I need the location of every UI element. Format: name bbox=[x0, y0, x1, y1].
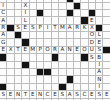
cell-r12-c5[interactable] bbox=[37, 84, 43, 90]
cell-r13-c1[interactable]: E bbox=[7, 91, 13, 97]
cell-r11-c14[interactable] bbox=[103, 76, 109, 82]
cell-r6-c0[interactable]: G bbox=[0, 39, 6, 45]
cell-r13-c4[interactable]: E bbox=[30, 91, 36, 97]
cell-r4-c3[interactable]: E bbox=[22, 25, 28, 31]
cell-r5-c0[interactable]: A bbox=[0, 32, 6, 38]
cell-r14-c6[interactable] bbox=[44, 99, 50, 100]
cell-r5-c10[interactable] bbox=[74, 32, 80, 38]
cell-r5-c6[interactable] bbox=[44, 32, 50, 38]
cell-r14-c3[interactable] bbox=[22, 99, 28, 100]
cell-r3-c9[interactable] bbox=[67, 17, 73, 23]
cell-r13-c2[interactable]: N bbox=[15, 91, 21, 97]
cell-r6-c1[interactable] bbox=[7, 39, 13, 45]
cell-r8-c13[interactable]: B bbox=[96, 54, 102, 60]
cell-r12-c11[interactable] bbox=[81, 84, 87, 90]
cell-r4-c6[interactable]: I bbox=[44, 25, 50, 31]
cell-r14-c0[interactable] bbox=[0, 99, 6, 100]
cell-r6-c5[interactable] bbox=[37, 39, 43, 45]
black-cell-r8-c7 bbox=[52, 54, 58, 60]
cell-r14-c4[interactable] bbox=[30, 99, 36, 100]
black-cell-r6-c3 bbox=[22, 39, 28, 45]
cell-r8-c2[interactable] bbox=[15, 54, 21, 60]
cell-r5-c7[interactable] bbox=[52, 32, 58, 38]
cell-r8-c10[interactable] bbox=[74, 54, 80, 60]
cell-r13-c0[interactable]: S bbox=[0, 91, 6, 97]
cell-r1-c7[interactable] bbox=[52, 3, 58, 9]
crossword-grid: VEIXCIALERSESPITMARKXAOLGDEEXTEMPORANEOU… bbox=[0, 0, 110, 100]
cell-r4-c7[interactable]: T bbox=[52, 25, 58, 31]
cell-r9-c2[interactable] bbox=[15, 62, 21, 68]
cell-r7-c0[interactable]: E bbox=[0, 47, 6, 53]
cell-r1-c12[interactable] bbox=[89, 3, 95, 9]
cell-r14-c11[interactable] bbox=[81, 99, 87, 100]
black-cell-r1-c10 bbox=[74, 3, 80, 9]
cell-r3-c6[interactable] bbox=[44, 17, 50, 23]
cell-r12-c3[interactable] bbox=[22, 84, 28, 90]
cell-r13-c5[interactable]: N bbox=[37, 91, 43, 97]
cell-r9-c5[interactable] bbox=[37, 62, 43, 68]
cell-r1-c2[interactable] bbox=[15, 3, 21, 9]
cell-r8-c8[interactable] bbox=[59, 54, 65, 60]
cell-r13-c14[interactable]: E bbox=[103, 91, 109, 97]
cell-r5-c13[interactable]: L bbox=[96, 32, 102, 38]
cell-r7-c1[interactable]: X bbox=[7, 47, 13, 53]
cell-r10-c4[interactable] bbox=[30, 69, 36, 75]
cell-r0-c7[interactable] bbox=[52, 0, 58, 2]
cell-r2-c11[interactable] bbox=[81, 10, 87, 16]
cell-r9-c4[interactable] bbox=[30, 62, 36, 68]
black-cell-r2-c9 bbox=[67, 10, 73, 16]
cell-r6-c7[interactable] bbox=[52, 39, 58, 45]
cell-r11-c8[interactable] bbox=[59, 76, 65, 82]
cell-r10-c9[interactable] bbox=[67, 69, 73, 75]
black-cell-r7-c14 bbox=[103, 47, 109, 53]
cell-r6-c8[interactable] bbox=[59, 39, 65, 45]
cell-r1-c0[interactable]: I bbox=[0, 3, 6, 9]
cell-r4-c8[interactable]: M bbox=[59, 25, 65, 31]
cell-r3-c3[interactable]: L bbox=[22, 17, 28, 23]
cell-r10-c1[interactable] bbox=[7, 69, 13, 75]
cell-r1-c3[interactable]: X bbox=[22, 3, 28, 9]
cell-r6-c6[interactable] bbox=[44, 39, 50, 45]
cell-r2-c10[interactable] bbox=[74, 10, 80, 16]
cell-r0-c8[interactable] bbox=[59, 0, 65, 2]
cell-r7-c8[interactable]: A bbox=[59, 47, 65, 53]
cell-r2-c3[interactable]: I bbox=[22, 10, 28, 16]
cell-r3-c12[interactable]: E bbox=[89, 17, 95, 23]
cell-r3-c14[interactable] bbox=[103, 17, 109, 23]
cell-r6-c12[interactable]: D bbox=[89, 39, 95, 45]
cell-r13-c10[interactable]: S bbox=[74, 91, 80, 97]
cell-r5-c11[interactable] bbox=[81, 32, 87, 38]
crossword-puzzle: VEIXCIALERSESPITMARKXAOLGDEEXTEMPORANEOU… bbox=[0, 0, 110, 100]
cell-r9-c6[interactable] bbox=[44, 62, 50, 68]
black-cell-r4-c1 bbox=[7, 25, 13, 31]
black-cell-r11-c9 bbox=[67, 76, 73, 82]
cell-r12-c9[interactable] bbox=[67, 84, 73, 90]
cell-r10-c13[interactable]: A bbox=[96, 69, 102, 75]
cell-r3-c0[interactable]: A bbox=[0, 17, 6, 23]
cell-r3-c13[interactable] bbox=[96, 17, 102, 23]
cell-r9-c10[interactable] bbox=[74, 62, 80, 68]
cell-r13-c13[interactable]: S bbox=[96, 91, 102, 97]
cell-r7-c13[interactable]: S bbox=[96, 47, 102, 53]
cell-r14-c1[interactable] bbox=[7, 99, 13, 100]
cell-r0-c10[interactable] bbox=[74, 0, 80, 2]
black-cell-r10-c6 bbox=[44, 69, 50, 75]
cell-r2-c6[interactable] bbox=[44, 10, 50, 16]
cell-r11-c0[interactable] bbox=[0, 76, 6, 82]
cell-r10-c3[interactable] bbox=[22, 69, 28, 75]
cell-r11-c12[interactable] bbox=[89, 76, 95, 82]
cell-r5-c14[interactable] bbox=[103, 32, 109, 38]
cell-r7-c5[interactable]: P bbox=[37, 47, 43, 53]
cell-r12-c13[interactable]: I bbox=[96, 84, 102, 90]
cell-r3-c2[interactable] bbox=[15, 17, 21, 23]
cell-r13-c3[interactable]: T bbox=[22, 91, 28, 97]
cell-r12-c6[interactable] bbox=[44, 84, 50, 90]
cell-r14-c2[interactable] bbox=[15, 99, 21, 100]
cell-r7-c2[interactable]: T bbox=[15, 47, 21, 53]
cell-r5-c5[interactable] bbox=[37, 32, 43, 38]
black-cell-r5-c2 bbox=[15, 32, 21, 38]
cell-r5-c1[interactable] bbox=[7, 32, 13, 38]
cell-r13-c12[interactable]: E bbox=[89, 91, 95, 97]
cell-r4-c2[interactable]: S bbox=[15, 25, 21, 31]
cell-r1-c4[interactable] bbox=[30, 3, 36, 9]
cell-r4-c12[interactable]: X bbox=[89, 25, 95, 31]
cell-r0-c11[interactable] bbox=[81, 0, 87, 2]
cell-r10-c12[interactable] bbox=[89, 69, 95, 75]
cell-r3-c5[interactable] bbox=[37, 17, 43, 23]
cell-r2-c4[interactable] bbox=[30, 10, 36, 16]
black-cell-r0-c9 bbox=[67, 0, 73, 2]
cell-r9-c13[interactable]: I bbox=[96, 62, 102, 68]
cell-r14-c14[interactable] bbox=[103, 99, 109, 100]
cell-r10-c0[interactable] bbox=[0, 69, 6, 75]
cell-r8-c3[interactable] bbox=[22, 54, 28, 60]
cell-r1-c14[interactable] bbox=[103, 3, 109, 9]
cell-r11-c3[interactable] bbox=[22, 76, 28, 82]
cell-r11-c2[interactable] bbox=[15, 76, 21, 82]
cell-r1-c11[interactable] bbox=[81, 3, 87, 9]
cell-r5-c3[interactable] bbox=[22, 32, 28, 38]
cell-r8-c5[interactable] bbox=[37, 54, 43, 60]
black-cell-r8-c11 bbox=[81, 54, 87, 60]
cell-r11-c6[interactable] bbox=[44, 76, 50, 82]
black-cell-r12-c0 bbox=[0, 84, 6, 90]
cell-r10-c11[interactable] bbox=[81, 69, 87, 75]
cell-r1-c6[interactable] bbox=[44, 3, 50, 9]
cell-r11-c10[interactable] bbox=[74, 76, 80, 82]
cell-r2-c13[interactable] bbox=[96, 10, 102, 16]
cell-r6-c14[interactable] bbox=[103, 39, 109, 45]
black-cell-r2-c12 bbox=[89, 10, 95, 16]
cell-r6-c13[interactable]: E bbox=[96, 39, 102, 45]
cell-r1-c9[interactable] bbox=[67, 3, 73, 9]
cell-r7-c4[interactable]: M bbox=[30, 47, 36, 53]
cell-r11-c4[interactable] bbox=[30, 76, 36, 82]
cell-r0-c4[interactable] bbox=[30, 0, 36, 2]
cell-r12-c1[interactable] bbox=[7, 84, 13, 90]
black-cell-r10-c5 bbox=[37, 69, 43, 75]
cell-r10-c8[interactable] bbox=[59, 69, 65, 75]
cell-r7-c10[interactable]: E bbox=[74, 47, 80, 53]
cell-r11-c11[interactable] bbox=[81, 76, 87, 82]
cell-r4-c5[interactable]: P bbox=[37, 25, 43, 31]
cell-r5-c12[interactable]: O bbox=[89, 32, 95, 38]
cell-r0-c2[interactable] bbox=[15, 0, 21, 2]
cell-r1-c8[interactable] bbox=[59, 3, 65, 9]
cell-r8-c14[interactable] bbox=[103, 54, 109, 60]
cell-r13-c6[interactable]: C bbox=[44, 91, 50, 97]
cell-r2-c8[interactable] bbox=[59, 10, 65, 16]
cell-r14-c10[interactable] bbox=[74, 99, 80, 100]
cell-r14-c7[interactable] bbox=[52, 99, 58, 100]
cell-r12-c12[interactable] bbox=[89, 84, 95, 90]
cell-r7-c12[interactable]: U bbox=[89, 47, 95, 53]
cell-r5-c8[interactable] bbox=[59, 32, 65, 38]
cell-r8-c4[interactable] bbox=[30, 54, 36, 60]
cell-r1-c5[interactable] bbox=[37, 3, 43, 9]
cell-r0-c12[interactable] bbox=[89, 0, 95, 2]
cell-r11-c5[interactable] bbox=[37, 76, 43, 82]
cell-r11-c7[interactable] bbox=[52, 76, 58, 82]
cell-r14-c8[interactable] bbox=[59, 99, 65, 100]
cell-r5-c9[interactable] bbox=[67, 32, 73, 38]
cell-r9-c9[interactable] bbox=[67, 62, 73, 68]
cell-r7-c7[interactable]: R bbox=[52, 47, 58, 53]
cell-r14-c9[interactable] bbox=[67, 99, 73, 100]
cell-r7-c11[interactable]: O bbox=[81, 47, 87, 53]
cell-r9-c11[interactable] bbox=[81, 62, 87, 68]
cell-r6-c10[interactable] bbox=[74, 39, 80, 45]
cell-r8-c12[interactable]: S bbox=[89, 54, 95, 60]
cell-r10-c14[interactable] bbox=[103, 69, 109, 75]
cell-r0-c14[interactable] bbox=[103, 0, 109, 2]
black-cell-r4-c13 bbox=[96, 25, 102, 31]
cell-r7-c6[interactable]: O bbox=[44, 47, 50, 53]
cell-r9-c12[interactable] bbox=[89, 62, 95, 68]
cell-r13-c11[interactable]: C bbox=[81, 91, 87, 97]
cell-r4-c9[interactable]: A bbox=[67, 25, 73, 31]
cell-r5-c4[interactable] bbox=[30, 32, 36, 38]
cell-r12-c10[interactable] bbox=[74, 84, 80, 90]
cell-r14-c5[interactable] bbox=[37, 99, 43, 100]
cell-r8-c6[interactable] bbox=[44, 54, 50, 60]
cell-r9-c0[interactable] bbox=[0, 62, 6, 68]
cell-r2-c0[interactable]: C bbox=[0, 10, 6, 16]
cell-r4-c14[interactable] bbox=[103, 25, 109, 31]
cell-r0-c0[interactable]: V bbox=[0, 0, 6, 2]
cell-r6-c11[interactable] bbox=[81, 39, 87, 45]
cell-r7-c9[interactable]: N bbox=[67, 47, 73, 53]
cell-r9-c7[interactable] bbox=[52, 62, 58, 68]
cell-r13-c8[interactable]: S bbox=[59, 91, 65, 97]
cell-r2-c14[interactable] bbox=[103, 10, 109, 16]
cell-r2-c7[interactable] bbox=[52, 10, 58, 16]
cell-r12-c7[interactable] bbox=[52, 84, 58, 90]
cell-r0-c3[interactable]: E bbox=[22, 0, 28, 2]
cell-r14-c12[interactable] bbox=[89, 99, 95, 100]
cell-r9-c14[interactable] bbox=[103, 62, 109, 68]
black-cell-r8-c0 bbox=[0, 54, 6, 60]
cell-r10-c2[interactable] bbox=[15, 69, 21, 75]
black-cell-r9-c3 bbox=[22, 62, 28, 68]
cell-r6-c4[interactable] bbox=[30, 39, 36, 45]
cell-r10-c10[interactable] bbox=[74, 69, 80, 75]
cell-r0-c5[interactable] bbox=[37, 0, 43, 2]
cell-r10-c7[interactable] bbox=[52, 69, 58, 75]
cell-r9-c1[interactable] bbox=[7, 62, 13, 68]
cell-r6-c2[interactable] bbox=[15, 39, 21, 45]
cell-r9-c8[interactable] bbox=[59, 62, 65, 68]
cell-r12-c4[interactable] bbox=[30, 84, 36, 90]
cell-r11-c13[interactable]: N bbox=[96, 76, 102, 82]
cell-r1-c13[interactable] bbox=[96, 3, 102, 9]
cell-r0-c13[interactable] bbox=[96, 0, 102, 2]
black-cell-r3-c11 bbox=[81, 17, 87, 23]
black-cell-r2-c5 bbox=[37, 10, 43, 16]
cell-r4-c10[interactable]: R bbox=[74, 25, 80, 31]
cell-r4-c4[interactable]: S bbox=[30, 25, 36, 31]
cell-r0-c6[interactable] bbox=[44, 0, 50, 2]
cell-r12-c14[interactable] bbox=[103, 84, 109, 90]
cell-r0-c1[interactable] bbox=[7, 0, 13, 2]
cell-r4-c0[interactable]: R bbox=[0, 25, 6, 31]
cell-r6-c9[interactable] bbox=[67, 39, 73, 45]
cell-r4-c11[interactable]: K bbox=[81, 25, 87, 31]
cell-r1-c1[interactable] bbox=[7, 3, 13, 9]
cell-r14-c13[interactable] bbox=[96, 99, 102, 100]
cell-r2-c1[interactable] bbox=[7, 10, 13, 16]
cell-r3-c10[interactable] bbox=[74, 17, 80, 23]
black-cell-r12-c8 bbox=[59, 84, 65, 90]
cell-r3-c7[interactable] bbox=[52, 17, 58, 23]
cell-r13-c9[interactable]: A bbox=[67, 91, 73, 97]
cell-r3-c1[interactable] bbox=[7, 17, 13, 23]
cell-r13-c7[interactable]: E bbox=[52, 91, 58, 97]
cell-r3-c4[interactable] bbox=[30, 17, 36, 23]
cell-r12-c2[interactable] bbox=[15, 84, 21, 90]
cell-r11-c1[interactable] bbox=[7, 76, 13, 82]
cell-r3-c8[interactable] bbox=[59, 17, 65, 23]
cell-r8-c9[interactable] bbox=[67, 54, 73, 60]
cell-r8-c1[interactable] bbox=[7, 54, 13, 60]
cell-r7-c3[interactable]: E bbox=[22, 47, 28, 53]
cell-r2-c2[interactable] bbox=[15, 10, 21, 16]
